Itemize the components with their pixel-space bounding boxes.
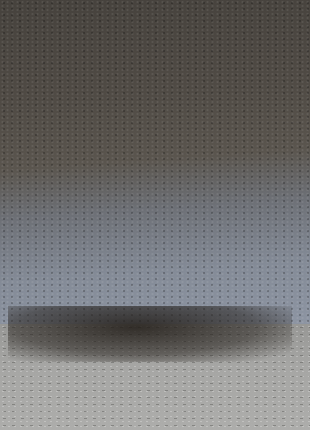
photo-scene <box>0 0 310 430</box>
chess-board <box>0 0 310 430</box>
